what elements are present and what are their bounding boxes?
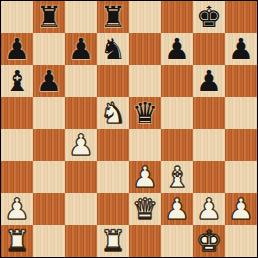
square-h3[interactable] [225, 161, 257, 193]
square-e8[interactable] [129, 1, 161, 33]
square-d2[interactable] [97, 193, 129, 225]
square-g5[interactable] [193, 97, 225, 129]
square-g7[interactable] [193, 33, 225, 65]
piece-white-king: ♚ [193, 225, 225, 257]
square-a2[interactable]: ♟ [1, 193, 33, 225]
square-c1[interactable] [65, 225, 97, 257]
square-c8[interactable] [65, 1, 97, 33]
square-a4[interactable] [1, 129, 33, 161]
square-b6[interactable]: ♟ [33, 65, 65, 97]
square-d4[interactable] [97, 129, 129, 161]
square-f5[interactable] [161, 97, 193, 129]
square-d8[interactable]: ♜ [97, 1, 129, 33]
piece-white-rook: ♜ [97, 225, 129, 257]
square-b8[interactable]: ♜ [33, 1, 65, 33]
square-f2[interactable]: ♟ [161, 193, 193, 225]
piece-black-pawn: ♟ [1, 33, 33, 65]
piece-white-pawn: ♟ [193, 193, 225, 225]
piece-black-rook: ♜ [97, 1, 129, 33]
square-f1[interactable] [161, 225, 193, 257]
piece-black-rook: ♜ [33, 1, 65, 33]
square-e4[interactable] [129, 129, 161, 161]
square-a6[interactable]: ♝ [1, 65, 33, 97]
piece-black-pawn: ♟ [161, 33, 193, 65]
square-b2[interactable] [33, 193, 65, 225]
square-d5[interactable]: ♞ [97, 97, 129, 129]
square-c2[interactable] [65, 193, 97, 225]
piece-black-pawn: ♟ [33, 65, 65, 97]
piece-white-pawn: ♟ [1, 193, 33, 225]
piece-white-bishop: ♝ [161, 161, 193, 193]
piece-black-king: ♚ [193, 1, 225, 33]
piece-black-pawn: ♟ [65, 33, 97, 65]
square-h6[interactable] [225, 65, 257, 97]
square-a7[interactable]: ♟ [1, 33, 33, 65]
square-b1[interactable] [33, 225, 65, 257]
square-b5[interactable] [33, 97, 65, 129]
square-c7[interactable]: ♟ [65, 33, 97, 65]
square-c4[interactable]: ♟ [65, 129, 97, 161]
square-f6[interactable] [161, 65, 193, 97]
square-g4[interactable] [193, 129, 225, 161]
piece-black-pawn: ♟ [193, 65, 225, 97]
piece-black-pawn: ♟ [225, 33, 257, 65]
square-a3[interactable] [1, 161, 33, 193]
square-a5[interactable] [1, 97, 33, 129]
square-c3[interactable] [65, 161, 97, 193]
square-d3[interactable] [97, 161, 129, 193]
square-c5[interactable] [65, 97, 97, 129]
square-e1[interactable] [129, 225, 161, 257]
square-g6[interactable]: ♟ [193, 65, 225, 97]
piece-white-pawn: ♟ [65, 129, 97, 161]
piece-white-queen: ♛ [129, 193, 161, 225]
square-b7[interactable] [33, 33, 65, 65]
square-f3[interactable]: ♝ [161, 161, 193, 193]
square-d1[interactable]: ♜ [97, 225, 129, 257]
square-b3[interactable] [33, 161, 65, 193]
piece-white-pawn: ♟ [129, 161, 161, 193]
square-g2[interactable]: ♟ [193, 193, 225, 225]
piece-white-pawn: ♟ [161, 193, 193, 225]
piece-black-queen: ♛ [129, 97, 161, 129]
piece-black-knight: ♞ [97, 33, 129, 65]
square-f7[interactable]: ♟ [161, 33, 193, 65]
square-a1[interactable]: ♜ [1, 225, 33, 257]
piece-white-pawn: ♟ [225, 193, 257, 225]
square-h4[interactable] [225, 129, 257, 161]
square-c6[interactable] [65, 65, 97, 97]
square-h2[interactable]: ♟ [225, 193, 257, 225]
square-g8[interactable]: ♚ [193, 1, 225, 33]
piece-black-bishop: ♝ [1, 65, 33, 97]
square-f8[interactable] [161, 1, 193, 33]
square-g1[interactable]: ♚ [193, 225, 225, 257]
square-f4[interactable] [161, 129, 193, 161]
piece-white-knight: ♞ [97, 97, 129, 129]
square-e6[interactable] [129, 65, 161, 97]
square-g3[interactable] [193, 161, 225, 193]
chess-board: ♜♜♚♟♟♞♟♟♝♟♟♞♛♟♟♝♟♛♟♟♟♜♜♚ [0, 0, 258, 258]
square-e2[interactable]: ♛ [129, 193, 161, 225]
square-d7[interactable]: ♞ [97, 33, 129, 65]
square-h7[interactable]: ♟ [225, 33, 257, 65]
square-e7[interactable] [129, 33, 161, 65]
piece-white-rook: ♜ [1, 225, 33, 257]
square-h5[interactable] [225, 97, 257, 129]
square-b4[interactable] [33, 129, 65, 161]
square-a8[interactable] [1, 1, 33, 33]
square-e5[interactable]: ♛ [129, 97, 161, 129]
square-h8[interactable] [225, 1, 257, 33]
square-d6[interactable] [97, 65, 129, 97]
square-h1[interactable] [225, 225, 257, 257]
square-e3[interactable]: ♟ [129, 161, 161, 193]
